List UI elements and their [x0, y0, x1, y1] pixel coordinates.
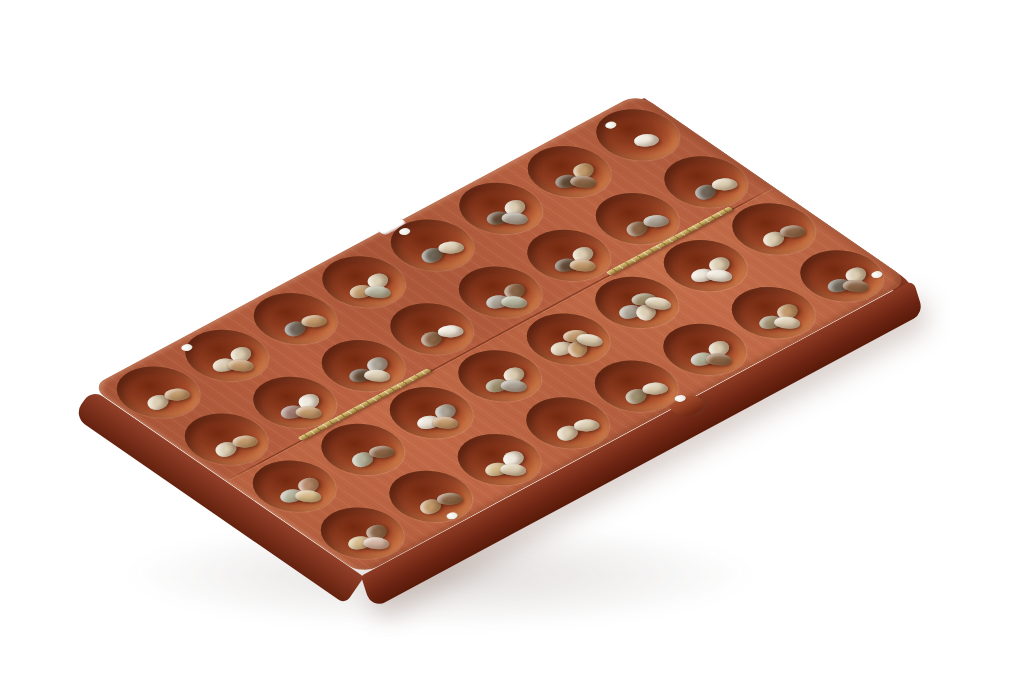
stone	[502, 212, 528, 226]
stone	[295, 489, 321, 503]
stone	[501, 379, 527, 393]
stone	[774, 316, 800, 330]
stone	[296, 406, 322, 420]
stone	[630, 132, 662, 148]
stone	[570, 259, 596, 273]
stone	[365, 285, 391, 299]
stone	[706, 353, 732, 367]
stone	[364, 369, 390, 383]
stone	[706, 269, 732, 283]
stone	[228, 359, 254, 373]
stone	[843, 279, 869, 293]
stone	[432, 416, 458, 430]
product-photo-scene	[0, 0, 1020, 680]
stone	[500, 463, 526, 477]
stone	[501, 295, 527, 309]
stone	[570, 175, 596, 189]
stone	[363, 536, 389, 550]
